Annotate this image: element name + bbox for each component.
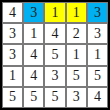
grid-cell-r5c1[interactable]: 5: [2, 87, 23, 108]
grid-cell-r3c3[interactable]: 5: [44, 44, 65, 65]
grid-cell-r4c2[interactable]: 4: [23, 66, 44, 87]
grid-cell-r4c1[interactable]: 1: [2, 66, 23, 87]
grid-cell-r1c5[interactable]: 3: [87, 2, 108, 23]
grid-cell-r2c5[interactable]: 3: [87, 23, 108, 44]
grid-cell-r3c1[interactable]: 3: [2, 44, 23, 65]
grid-cell-r3c2[interactable]: 4: [23, 44, 44, 65]
grid-cell-r5c5[interactable]: 4: [87, 87, 108, 108]
grid-cell-r4c5[interactable]: 5: [87, 66, 108, 87]
grid-cell-r2c3[interactable]: 4: [44, 23, 65, 44]
grid-cell-r4c4[interactable]: 5: [66, 66, 87, 87]
grid-cell-r5c2[interactable]: 5: [23, 87, 44, 108]
grid-cell-r3c4[interactable]: 1: [66, 44, 87, 65]
grid-cell-r2c4[interactable]: 2: [66, 23, 87, 44]
grid-cell-r1c1[interactable]: 4: [2, 2, 23, 23]
grid-cell-r1c4[interactable]: 1: [66, 2, 87, 23]
grid-cell-r5c4[interactable]: 3: [66, 87, 87, 108]
grid-cell-r1c3[interactable]: 1: [44, 2, 65, 23]
grid-cell-r1c2[interactable]: 3: [23, 2, 44, 23]
puzzle-grid: 4311331423345111435555534: [0, 0, 110, 110]
grid-cell-r5c3[interactable]: 5: [44, 87, 65, 108]
grid-cell-r2c2[interactable]: 1: [23, 23, 44, 44]
grid-cell-r3c5[interactable]: 1: [87, 44, 108, 65]
grid-cell-r4c3[interactable]: 3: [44, 66, 65, 87]
grid-cell-r2c1[interactable]: 3: [2, 23, 23, 44]
